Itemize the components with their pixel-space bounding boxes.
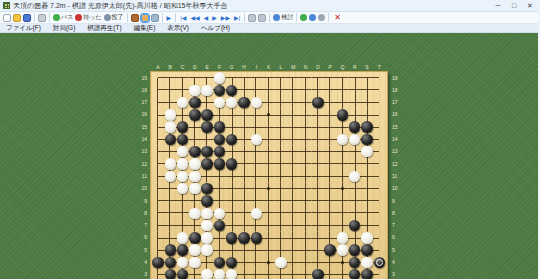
cell-F10[interactable] — [213, 183, 225, 195]
cell-G19[interactable] — [226, 72, 238, 84]
cell-P12[interactable] — [324, 158, 336, 170]
cell-R18[interactable] — [349, 84, 361, 96]
cell-O17[interactable] — [312, 96, 324, 108]
cell-G4[interactable] — [226, 256, 238, 268]
cell-K4[interactable] — [262, 256, 274, 268]
cell-H19[interactable] — [238, 72, 250, 84]
cell-A13[interactable] — [152, 146, 164, 158]
cell-E5[interactable] — [201, 244, 213, 256]
cell-H3[interactable] — [238, 269, 250, 279]
cell-C14[interactable] — [176, 133, 188, 145]
cell-C13[interactable] — [176, 146, 188, 158]
cell-S17[interactable] — [361, 96, 373, 108]
cell-A5[interactable] — [152, 244, 164, 256]
cell-P6[interactable] — [324, 232, 336, 244]
cell-P4[interactable] — [324, 256, 336, 268]
cell-R13[interactable] — [349, 146, 361, 158]
cell-B10[interactable] — [164, 183, 176, 195]
cell-N5[interactable] — [299, 244, 311, 256]
cell-D3[interactable] — [189, 269, 201, 279]
cell-Q12[interactable] — [336, 158, 348, 170]
cell-D15[interactable] — [189, 121, 201, 133]
forward-button[interactable]: ▶ — [211, 13, 218, 23]
cell-R19[interactable] — [349, 72, 361, 84]
cell-T17[interactable] — [373, 96, 385, 108]
cell-N3[interactable] — [299, 269, 311, 279]
cell-O18[interactable] — [312, 84, 324, 96]
cell-A12[interactable] — [152, 158, 164, 170]
cell-G3[interactable] — [226, 269, 238, 279]
cell-G7[interactable] — [226, 219, 238, 231]
cell-I18[interactable] — [250, 84, 262, 96]
cell-K11[interactable] — [262, 170, 274, 182]
cell-E16[interactable] — [201, 109, 213, 121]
cell-F16[interactable] — [213, 109, 225, 121]
cell-G6[interactable] — [226, 232, 238, 244]
cell-K19[interactable] — [262, 72, 274, 84]
cell-E15[interactable] — [201, 121, 213, 133]
cell-I12[interactable] — [250, 158, 262, 170]
cell-Q7[interactable] — [336, 219, 348, 231]
cell-F17[interactable] — [213, 96, 225, 108]
cell-S11[interactable] — [361, 170, 373, 182]
cell-C9[interactable] — [176, 195, 188, 207]
cell-R6[interactable] — [349, 232, 361, 244]
cell-I9[interactable] — [250, 195, 262, 207]
cell-Q16[interactable] — [336, 109, 348, 121]
cell-M17[interactable] — [287, 96, 299, 108]
cell-I3[interactable] — [250, 269, 262, 279]
new-file-button[interactable] — [3, 13, 11, 23]
cell-D9[interactable] — [189, 195, 201, 207]
save-button[interactable] — [23, 13, 31, 23]
cell-C15[interactable] — [176, 121, 188, 133]
cell-E3[interactable] — [201, 269, 213, 279]
print-button[interactable] — [38, 13, 46, 23]
cell-M5[interactable] — [287, 244, 299, 256]
cell-D13[interactable] — [189, 146, 201, 158]
cell-R17[interactable] — [349, 96, 361, 108]
cell-G16[interactable] — [226, 109, 238, 121]
maximize-button[interactable]: □ — [506, 0, 522, 11]
cell-C7[interactable] — [176, 219, 188, 231]
cell-B18[interactable] — [164, 84, 176, 96]
cell-G17[interactable] — [226, 96, 238, 108]
cell-C4[interactable] — [176, 256, 188, 268]
menu-replay[interactable]: 棋譜再生(T) — [87, 24, 121, 33]
cell-K14[interactable] — [262, 133, 274, 145]
cell-M13[interactable] — [287, 146, 299, 158]
cell-S5[interactable] — [361, 244, 373, 256]
cell-O3[interactable] — [312, 269, 324, 279]
cell-Q9[interactable] — [336, 195, 348, 207]
cell-D6[interactable] — [189, 232, 201, 244]
cell-Q15[interactable] — [336, 121, 348, 133]
cell-B5[interactable] — [164, 244, 176, 256]
cell-T12[interactable] — [373, 158, 385, 170]
cell-G9[interactable] — [226, 195, 238, 207]
cell-M9[interactable] — [287, 195, 299, 207]
cell-D4[interactable] — [189, 256, 201, 268]
cell-O11[interactable] — [312, 170, 324, 182]
cell-E11[interactable] — [201, 170, 213, 182]
cell-S6[interactable] — [361, 232, 373, 244]
cell-R15[interactable] — [349, 121, 361, 133]
cell-R3[interactable] — [349, 269, 361, 279]
cell-Q3[interactable] — [336, 269, 348, 279]
cell-N8[interactable] — [299, 207, 311, 219]
cell-G8[interactable] — [226, 207, 238, 219]
cell-G12[interactable] — [226, 158, 238, 170]
cell-T18[interactable] — [373, 84, 385, 96]
resign-button[interactable]: 投了 — [104, 13, 124, 23]
engine-blue-icon[interactable] — [309, 13, 316, 23]
play-button[interactable]: ▶ — [166, 13, 173, 23]
cell-G14[interactable] — [226, 133, 238, 145]
cell-P14[interactable] — [324, 133, 336, 145]
cell-F5[interactable] — [213, 244, 225, 256]
cell-Q14[interactable] — [336, 133, 348, 145]
cell-N7[interactable] — [299, 219, 311, 231]
cell-M19[interactable] — [287, 72, 299, 84]
cell-P17[interactable] — [324, 96, 336, 108]
cell-K15[interactable] — [262, 121, 274, 133]
cell-B7[interactable] — [164, 219, 176, 231]
cell-I11[interactable] — [250, 170, 262, 182]
cell-P16[interactable] — [324, 109, 336, 121]
cell-E14[interactable] — [201, 133, 213, 145]
cell-Q6[interactable] — [336, 232, 348, 244]
cell-F8[interactable] — [213, 207, 225, 219]
cell-M6[interactable] — [287, 232, 299, 244]
cell-C5[interactable] — [176, 244, 188, 256]
cell-N13[interactable] — [299, 146, 311, 158]
cell-O15[interactable] — [312, 121, 324, 133]
cell-K7[interactable] — [262, 219, 274, 231]
cell-H6[interactable] — [238, 232, 250, 244]
cell-S9[interactable] — [361, 195, 373, 207]
cell-L8[interactable] — [275, 207, 287, 219]
cell-O13[interactable] — [312, 146, 324, 158]
grid-view-icon[interactable] — [151, 13, 159, 23]
cell-E6[interactable] — [201, 232, 213, 244]
cell-L5[interactable] — [275, 244, 287, 256]
cell-A16[interactable] — [152, 109, 164, 121]
cell-I8[interactable] — [250, 207, 262, 219]
cell-L7[interactable] — [275, 219, 287, 231]
back-button[interactable]: ◀ — [203, 13, 210, 23]
cell-A19[interactable] — [152, 72, 164, 84]
cell-T13[interactable] — [373, 146, 385, 158]
cell-P3[interactable] — [324, 269, 336, 279]
cell-A18[interactable] — [152, 84, 164, 96]
cell-K12[interactable] — [262, 158, 274, 170]
cell-D19[interactable] — [189, 72, 201, 84]
cell-R7[interactable] — [349, 219, 361, 231]
cell-B12[interactable] — [164, 158, 176, 170]
cell-E8[interactable] — [201, 207, 213, 219]
cell-I17[interactable] — [250, 96, 262, 108]
cell-M11[interactable] — [287, 170, 299, 182]
cell-O8[interactable] — [312, 207, 324, 219]
cell-P7[interactable] — [324, 219, 336, 231]
cell-T5[interactable] — [373, 244, 385, 256]
cell-I10[interactable] — [250, 183, 262, 195]
cell-N16[interactable] — [299, 109, 311, 121]
zoom-in-icon[interactable] — [248, 13, 256, 23]
cell-Q8[interactable] — [336, 207, 348, 219]
cell-F7[interactable] — [213, 219, 225, 231]
cell-A6[interactable] — [152, 232, 164, 244]
cell-H18[interactable] — [238, 84, 250, 96]
cell-S13[interactable] — [361, 146, 373, 158]
cell-I7[interactable] — [250, 219, 262, 231]
cell-D8[interactable] — [189, 207, 201, 219]
cell-O7[interactable] — [312, 219, 324, 231]
cell-D18[interactable] — [189, 84, 201, 96]
cell-K5[interactable] — [262, 244, 274, 256]
cell-Q19[interactable] — [336, 72, 348, 84]
cell-N12[interactable] — [299, 158, 311, 170]
cell-B19[interactable] — [164, 72, 176, 84]
cell-S14[interactable] — [361, 133, 373, 145]
cell-E13[interactable] — [201, 146, 213, 158]
cell-D14[interactable] — [189, 133, 201, 145]
cell-E17[interactable] — [201, 96, 213, 108]
cell-S12[interactable] — [361, 158, 373, 170]
cell-R5[interactable] — [349, 244, 361, 256]
cell-G13[interactable] — [226, 146, 238, 158]
cell-S15[interactable] — [361, 121, 373, 133]
cell-L13[interactable] — [275, 146, 287, 158]
cell-O16[interactable] — [312, 109, 324, 121]
cell-C8[interactable] — [176, 207, 188, 219]
cell-D5[interactable] — [189, 244, 201, 256]
cell-G11[interactable] — [226, 170, 238, 182]
cell-P10[interactable] — [324, 183, 336, 195]
cell-N15[interactable] — [299, 121, 311, 133]
analyze-button[interactable]: 検討 — [273, 13, 293, 23]
cell-S4[interactable] — [361, 256, 373, 268]
cell-A3[interactable] — [152, 269, 164, 279]
cell-P9[interactable] — [324, 195, 336, 207]
cell-K18[interactable] — [262, 84, 274, 96]
cell-E7[interactable] — [201, 219, 213, 231]
cell-H8[interactable] — [238, 207, 250, 219]
cell-M18[interactable] — [287, 84, 299, 96]
cell-F4[interactable] — [213, 256, 225, 268]
cell-P18[interactable] — [324, 84, 336, 96]
engine-green-icon[interactable] — [300, 13, 307, 23]
cell-B8[interactable] — [164, 207, 176, 219]
cell-M7[interactable] — [287, 219, 299, 231]
cell-R16[interactable] — [349, 109, 361, 121]
cell-M15[interactable] — [287, 121, 299, 133]
cell-H17[interactable] — [238, 96, 250, 108]
move-list-icon[interactable] — [131, 13, 139, 23]
cell-F9[interactable] — [213, 195, 225, 207]
cell-K10[interactable] — [262, 183, 274, 195]
cell-M16[interactable] — [287, 109, 299, 121]
cell-F19[interactable] — [213, 72, 225, 84]
cell-R11[interactable] — [349, 170, 361, 182]
cell-P8[interactable] — [324, 207, 336, 219]
cell-H9[interactable] — [238, 195, 250, 207]
cell-I16[interactable] — [250, 109, 262, 121]
cell-O9[interactable] — [312, 195, 324, 207]
cell-C19[interactable] — [176, 72, 188, 84]
cell-B13[interactable] — [164, 146, 176, 158]
cell-T11[interactable] — [373, 170, 385, 182]
cell-H12[interactable] — [238, 158, 250, 170]
cell-I6[interactable] — [250, 232, 262, 244]
cell-C11[interactable] — [176, 170, 188, 182]
cell-K17[interactable] — [262, 96, 274, 108]
cell-H4[interactable] — [238, 256, 250, 268]
cell-O19[interactable] — [312, 72, 324, 84]
cell-P19[interactable] — [324, 72, 336, 84]
cell-S8[interactable] — [361, 207, 373, 219]
cell-H7[interactable] — [238, 219, 250, 231]
cell-A9[interactable] — [152, 195, 164, 207]
cell-M3[interactable] — [287, 269, 299, 279]
cell-I19[interactable] — [250, 72, 262, 84]
cell-T6[interactable] — [373, 232, 385, 244]
cell-M14[interactable] — [287, 133, 299, 145]
cell-T14[interactable] — [373, 133, 385, 145]
cell-S10[interactable] — [361, 183, 373, 195]
forward-10-button[interactable]: ▶▶ — [220, 13, 231, 23]
cell-F13[interactable] — [213, 146, 225, 158]
cell-N4[interactable] — [299, 256, 311, 268]
cell-C3[interactable] — [176, 269, 188, 279]
cell-T7[interactable] — [373, 219, 385, 231]
cell-R4[interactable] — [349, 256, 361, 268]
cell-F14[interactable] — [213, 133, 225, 145]
cell-Q11[interactable] — [336, 170, 348, 182]
cell-L3[interactable] — [275, 269, 287, 279]
undo-button[interactable]: 待った — [75, 13, 101, 23]
cell-L12[interactable] — [275, 158, 287, 170]
cell-Q10[interactable] — [336, 183, 348, 195]
cell-I14[interactable] — [250, 133, 262, 145]
cell-G15[interactable] — [226, 121, 238, 133]
engine-off-icon[interactable] — [318, 13, 325, 23]
cell-D17[interactable] — [189, 96, 201, 108]
cell-B15[interactable] — [164, 121, 176, 133]
cell-F6[interactable] — [213, 232, 225, 244]
cell-R8[interactable] — [349, 207, 361, 219]
cell-K6[interactable] — [262, 232, 274, 244]
cell-D16[interactable] — [189, 109, 201, 121]
zoom-out-icon[interactable] — [258, 13, 266, 23]
cell-L11[interactable] — [275, 170, 287, 182]
cell-P5[interactable] — [324, 244, 336, 256]
menu-game[interactable]: 対局(G) — [53, 24, 75, 33]
cell-C17[interactable] — [176, 96, 188, 108]
cell-N17[interactable] — [299, 96, 311, 108]
cell-N14[interactable] — [299, 133, 311, 145]
menu-view[interactable]: 表示(V) — [167, 24, 189, 33]
cell-S19[interactable] — [361, 72, 373, 84]
cell-L6[interactable] — [275, 232, 287, 244]
cell-L17[interactable] — [275, 96, 287, 108]
cell-I4[interactable] — [250, 256, 262, 268]
cell-B9[interactable] — [164, 195, 176, 207]
cell-M10[interactable] — [287, 183, 299, 195]
cell-E4[interactable] — [201, 256, 213, 268]
cell-D10[interactable] — [189, 183, 201, 195]
first-move-button[interactable]: |◀ — [179, 13, 187, 23]
cell-P11[interactable] — [324, 170, 336, 182]
cell-O12[interactable] — [312, 158, 324, 170]
cell-K8[interactable] — [262, 207, 274, 219]
close-button[interactable]: ✕ — [522, 0, 538, 11]
cell-H11[interactable] — [238, 170, 250, 182]
open-file-button[interactable] — [13, 13, 21, 23]
cell-N18[interactable] — [299, 84, 311, 96]
minimize-button[interactable]: ─ — [490, 0, 506, 11]
cell-T15[interactable] — [373, 121, 385, 133]
cell-L18[interactable] — [275, 84, 287, 96]
cell-F3[interactable] — [213, 269, 225, 279]
cell-T16[interactable] — [373, 109, 385, 121]
cell-N11[interactable] — [299, 170, 311, 182]
cell-B11[interactable] — [164, 170, 176, 182]
cell-P15[interactable] — [324, 121, 336, 133]
cell-B6[interactable] — [164, 232, 176, 244]
cell-M12[interactable] — [287, 158, 299, 170]
cell-T19[interactable] — [373, 72, 385, 84]
cell-S7[interactable] — [361, 219, 373, 231]
cell-A8[interactable] — [152, 207, 164, 219]
cell-C10[interactable] — [176, 183, 188, 195]
cell-G5[interactable] — [226, 244, 238, 256]
cell-Q4[interactable] — [336, 256, 348, 268]
cell-L14[interactable] — [275, 133, 287, 145]
cell-N10[interactable] — [299, 183, 311, 195]
cell-T4[interactable] — [373, 256, 385, 268]
cell-A14[interactable] — [152, 133, 164, 145]
last-move-button[interactable]: ▶| — [233, 13, 241, 23]
cell-F18[interactable] — [213, 84, 225, 96]
cell-O5[interactable] — [312, 244, 324, 256]
cell-Q13[interactable] — [336, 146, 348, 158]
cell-C12[interactable] — [176, 158, 188, 170]
cell-N6[interactable] — [299, 232, 311, 244]
cell-K16[interactable] — [262, 109, 274, 121]
cell-E9[interactable] — [201, 195, 213, 207]
cell-M4[interactable] — [287, 256, 299, 268]
cell-D12[interactable] — [189, 158, 201, 170]
cell-G18[interactable] — [226, 84, 238, 96]
cell-I13[interactable] — [250, 146, 262, 158]
cell-O10[interactable] — [312, 183, 324, 195]
cell-D11[interactable] — [189, 170, 201, 182]
cell-K3[interactable] — [262, 269, 274, 279]
cell-A11[interactable] — [152, 170, 164, 182]
menu-file[interactable]: ファイル(F) — [6, 24, 41, 33]
cell-L9[interactable] — [275, 195, 287, 207]
cell-C16[interactable] — [176, 109, 188, 121]
cell-T3[interactable] — [373, 269, 385, 279]
cell-A4[interactable] — [152, 256, 164, 268]
cell-B14[interactable] — [164, 133, 176, 145]
cell-N9[interactable] — [299, 195, 311, 207]
cell-F12[interactable] — [213, 158, 225, 170]
board-view-icon[interactable] — [141, 13, 149, 23]
cell-L19[interactable] — [275, 72, 287, 84]
